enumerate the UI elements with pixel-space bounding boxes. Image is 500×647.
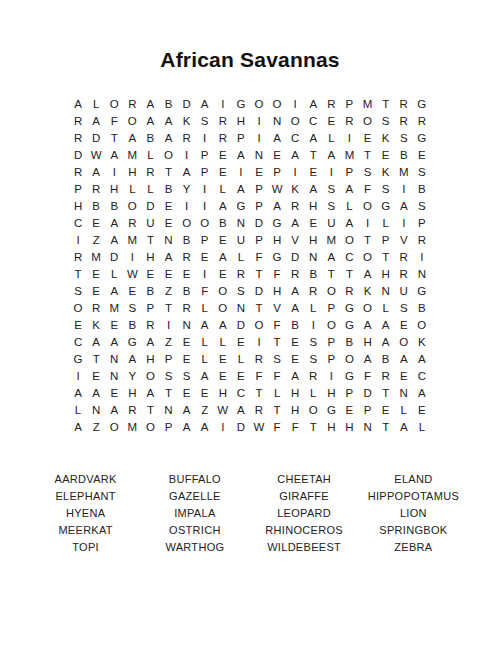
grid-cell[interactable]: F	[359, 180, 377, 197]
grid-cell[interactable]: L	[340, 197, 358, 214]
grid-cell[interactable]: T	[250, 299, 268, 316]
grid-cell[interactable]: F	[286, 418, 304, 435]
grid-cell[interactable]: E	[105, 384, 123, 401]
grid-cell[interactable]: O	[322, 316, 340, 333]
grid-cell[interactable]: N	[105, 367, 123, 384]
grid-cell[interactable]: K	[286, 180, 304, 197]
grid-cell[interactable]: E	[159, 214, 177, 231]
grid-cell[interactable]: G	[232, 95, 250, 112]
grid-cell[interactable]: L	[413, 418, 431, 435]
grid-cell[interactable]: I	[250, 333, 268, 350]
grid-cell[interactable]: L	[377, 214, 395, 231]
grid-cell[interactable]: Z	[159, 333, 177, 350]
grid-cell[interactable]: R	[395, 248, 413, 265]
grid-cell[interactable]: L	[232, 350, 250, 367]
grid-cell[interactable]: O	[69, 299, 87, 316]
grid-cell[interactable]: N	[268, 112, 286, 129]
grid-cell[interactable]: M	[105, 299, 123, 316]
grid-cell[interactable]: E	[377, 401, 395, 418]
grid-cell[interactable]: T	[105, 129, 123, 146]
grid-cell[interactable]: I	[232, 163, 250, 180]
grid-cell[interactable]: G	[413, 129, 431, 146]
grid-cell[interactable]: C	[304, 112, 322, 129]
grid-cell[interactable]: H	[340, 418, 358, 435]
grid-cell[interactable]: R	[123, 95, 141, 112]
grid-cell[interactable]: M	[123, 146, 141, 163]
grid-cell[interactable]: G	[340, 367, 358, 384]
grid-cell[interactable]: W	[123, 265, 141, 282]
grid-cell[interactable]: A	[340, 180, 358, 197]
grid-cell[interactable]: H	[141, 248, 159, 265]
grid-cell[interactable]: I	[322, 163, 340, 180]
grid-cell[interactable]: E	[413, 401, 431, 418]
grid-cell[interactable]: G	[69, 350, 87, 367]
grid-cell[interactable]: A	[232, 401, 250, 418]
grid-cell[interactable]: G	[232, 197, 250, 214]
grid-cell[interactable]: A	[304, 95, 322, 112]
grid-cell[interactable]: A	[359, 350, 377, 367]
grid-cell[interactable]: E	[87, 214, 105, 231]
grid-cell[interactable]: O	[359, 248, 377, 265]
grid-cell[interactable]: R	[87, 299, 105, 316]
grid-cell[interactable]: A	[159, 248, 177, 265]
grid-cell[interactable]: I	[178, 146, 196, 163]
grid-cell[interactable]: S	[196, 112, 214, 129]
grid-cell[interactable]: E	[232, 333, 250, 350]
grid-cell[interactable]: G	[322, 401, 340, 418]
grid-cell[interactable]: O	[105, 418, 123, 435]
grid-cell[interactable]: A	[196, 367, 214, 384]
grid-cell[interactable]: A	[196, 316, 214, 333]
grid-cell[interactable]: F	[359, 367, 377, 384]
grid-cell[interactable]: T	[159, 299, 177, 316]
grid-cell[interactable]: D	[250, 214, 268, 231]
grid-cell[interactable]: L	[69, 401, 87, 418]
grid-cell[interactable]: G	[340, 316, 358, 333]
grid-cell[interactable]: M	[395, 163, 413, 180]
grid-cell[interactable]: I	[69, 367, 87, 384]
grid-cell[interactable]: P	[141, 299, 159, 316]
grid-cell[interactable]: S	[322, 197, 340, 214]
grid-cell[interactable]: A	[178, 401, 196, 418]
grid-cell[interactable]: H	[232, 112, 250, 129]
grid-cell[interactable]: G	[268, 248, 286, 265]
grid-cell[interactable]: E	[141, 265, 159, 282]
grid-cell[interactable]: E	[214, 350, 232, 367]
grid-cell[interactable]: I	[413, 248, 431, 265]
grid-cell[interactable]: B	[304, 265, 322, 282]
grid-cell[interactable]: O	[359, 299, 377, 316]
grid-cell[interactable]: D	[286, 248, 304, 265]
grid-cell[interactable]: A	[359, 316, 377, 333]
grid-cell[interactable]: K	[359, 282, 377, 299]
grid-cell[interactable]: A	[214, 316, 232, 333]
grid-cell[interactable]: R	[123, 214, 141, 231]
grid-cell[interactable]: S	[178, 367, 196, 384]
grid-cell[interactable]: Z	[87, 231, 105, 248]
grid-cell[interactable]: D	[178, 95, 196, 112]
grid-cell[interactable]: K	[377, 163, 395, 180]
grid-cell[interactable]: F	[105, 112, 123, 129]
grid-cell[interactable]: N	[178, 316, 196, 333]
grid-cell[interactable]: A	[196, 418, 214, 435]
grid-cell[interactable]: D	[250, 282, 268, 299]
grid-cell[interactable]: P	[196, 231, 214, 248]
grid-cell[interactable]: R	[250, 401, 268, 418]
grid-cell[interactable]: H	[322, 384, 340, 401]
grid-cell[interactable]: R	[87, 180, 105, 197]
grid-cell[interactable]: O	[214, 299, 232, 316]
grid-cell[interactable]: M	[87, 248, 105, 265]
grid-cell[interactable]: M	[359, 95, 377, 112]
grid-cell[interactable]: H	[304, 197, 322, 214]
grid-cell[interactable]: O	[340, 231, 358, 248]
grid-cell[interactable]: D	[232, 418, 250, 435]
grid-cell[interactable]: P	[322, 350, 340, 367]
grid-cell[interactable]: N	[87, 401, 105, 418]
grid-cell[interactable]: P	[413, 214, 431, 231]
grid-cell[interactable]: E	[159, 197, 177, 214]
grid-cell[interactable]: R	[413, 112, 431, 129]
grid-cell[interactable]: E	[214, 265, 232, 282]
grid-cell[interactable]: O	[141, 367, 159, 384]
grid-cell[interactable]: T	[268, 401, 286, 418]
grid-cell[interactable]: A	[286, 146, 304, 163]
grid-cell[interactable]: D	[87, 129, 105, 146]
grid-cell[interactable]: R	[413, 231, 431, 248]
grid-cell[interactable]: S	[159, 367, 177, 384]
grid-cell[interactable]: I	[250, 129, 268, 146]
grid-cell[interactable]: N	[413, 265, 431, 282]
grid-cell[interactable]: O	[268, 95, 286, 112]
grid-cell[interactable]: F	[268, 418, 286, 435]
grid-cell[interactable]: R	[69, 248, 87, 265]
grid-cell[interactable]: A	[69, 95, 87, 112]
grid-cell[interactable]: U	[232, 231, 250, 248]
grid-cell[interactable]: E	[87, 282, 105, 299]
grid-cell[interactable]: B	[377, 350, 395, 367]
grid-cell[interactable]: A	[105, 231, 123, 248]
grid-cell[interactable]: E	[214, 163, 232, 180]
grid-cell[interactable]: L	[196, 350, 214, 367]
grid-cell[interactable]: G	[413, 282, 431, 299]
grid-cell[interactable]: I	[178, 197, 196, 214]
grid-cell[interactable]: N	[159, 231, 177, 248]
grid-cell[interactable]: R	[178, 248, 196, 265]
grid-cell[interactable]: E	[304, 163, 322, 180]
grid-cell[interactable]: P	[322, 333, 340, 350]
grid-cell[interactable]: A	[304, 129, 322, 146]
grid-cell[interactable]: P	[232, 129, 250, 146]
grid-cell[interactable]: I	[196, 180, 214, 197]
grid-cell[interactable]: A	[304, 180, 322, 197]
grid-cell[interactable]: N	[377, 282, 395, 299]
grid-cell[interactable]: R	[141, 316, 159, 333]
grid-cell[interactable]: O	[395, 333, 413, 350]
grid-cell[interactable]: W	[250, 418, 268, 435]
grid-cell[interactable]: E	[196, 384, 214, 401]
grid-cell[interactable]: T	[340, 265, 358, 282]
grid-cell[interactable]: I	[214, 418, 232, 435]
grid-cell[interactable]: E	[196, 248, 214, 265]
grid-cell[interactable]: P	[250, 231, 268, 248]
grid-cell[interactable]: E	[322, 112, 340, 129]
grid-cell[interactable]: T	[268, 333, 286, 350]
grid-cell[interactable]: S	[413, 163, 431, 180]
grid-cell[interactable]: A	[286, 214, 304, 231]
grid-cell[interactable]: A	[123, 350, 141, 367]
grid-cell[interactable]: D	[105, 248, 123, 265]
grid-cell[interactable]: K	[413, 333, 431, 350]
grid-cell[interactable]: B	[214, 214, 232, 231]
grid-cell[interactable]: O	[340, 350, 358, 367]
grid-cell[interactable]: H	[304, 231, 322, 248]
grid-cell[interactable]: O	[123, 197, 141, 214]
grid-cell[interactable]: E	[87, 265, 105, 282]
grid-cell[interactable]: E	[413, 146, 431, 163]
grid-cell[interactable]: R	[250, 350, 268, 367]
grid-cell[interactable]: C	[413, 367, 431, 384]
grid-cell[interactable]: A	[105, 282, 123, 299]
grid-cell[interactable]: A	[395, 197, 413, 214]
grid-cell[interactable]: R	[141, 163, 159, 180]
grid-cell[interactable]: R	[286, 265, 304, 282]
grid-cell[interactable]: A	[377, 333, 395, 350]
grid-cell[interactable]: R	[178, 129, 196, 146]
grid-cell[interactable]: Z	[159, 282, 177, 299]
grid-cell[interactable]: I	[286, 95, 304, 112]
grid-cell[interactable]: O	[141, 418, 159, 435]
grid-cell[interactable]: G	[123, 333, 141, 350]
grid-cell[interactable]: I	[304, 316, 322, 333]
grid-cell[interactable]: P	[196, 146, 214, 163]
grid-cell[interactable]: S	[359, 163, 377, 180]
grid-cell[interactable]: T	[69, 265, 87, 282]
grid-cell[interactable]: D	[141, 197, 159, 214]
grid-cell[interactable]: E	[105, 316, 123, 333]
grid-cell[interactable]: E	[123, 282, 141, 299]
grid-cell[interactable]: D	[359, 384, 377, 401]
grid-cell[interactable]: I	[196, 129, 214, 146]
grid-cell[interactable]: T	[141, 401, 159, 418]
grid-cell[interactable]: A	[105, 401, 123, 418]
grid-cell[interactable]: G	[413, 95, 431, 112]
grid-cell[interactable]: O	[359, 112, 377, 129]
grid-cell[interactable]: L	[141, 146, 159, 163]
grid-cell[interactable]: T	[377, 418, 395, 435]
grid-cell[interactable]: E	[159, 265, 177, 282]
grid-cell[interactable]: D	[69, 146, 87, 163]
grid-cell[interactable]: L	[304, 384, 322, 401]
grid-cell[interactable]: R	[69, 112, 87, 129]
grid-cell[interactable]: E	[359, 129, 377, 146]
grid-cell[interactable]: E	[395, 316, 413, 333]
grid-cell[interactable]: H	[359, 333, 377, 350]
grid-cell[interactable]: T	[304, 146, 322, 163]
grid-cell[interactable]: H	[105, 180, 123, 197]
grid-cell[interactable]: R	[214, 112, 232, 129]
grid-cell[interactable]: U	[141, 214, 159, 231]
grid-cell[interactable]: D	[232, 316, 250, 333]
grid-cell[interactable]: C	[340, 248, 358, 265]
grid-cell[interactable]: N	[232, 214, 250, 231]
grid-cell[interactable]: K	[87, 316, 105, 333]
grid-cell[interactable]: B	[178, 282, 196, 299]
grid-cell[interactable]: B	[340, 333, 358, 350]
grid-cell[interactable]: E	[178, 333, 196, 350]
grid-cell[interactable]: P	[250, 180, 268, 197]
grid-cell[interactable]: E	[178, 265, 196, 282]
grid-cell[interactable]: A	[413, 384, 431, 401]
grid-cell[interactable]: E	[286, 333, 304, 350]
grid-cell[interactable]: E	[304, 214, 322, 231]
grid-cell[interactable]: A	[214, 248, 232, 265]
grid-cell[interactable]: R	[322, 95, 340, 112]
grid-cell[interactable]: P	[340, 163, 358, 180]
grid-cell[interactable]: E	[178, 350, 196, 367]
grid-cell[interactable]: H	[141, 350, 159, 367]
grid-cell[interactable]: G	[377, 197, 395, 214]
grid-cell[interactable]: P	[268, 163, 286, 180]
grid-cell[interactable]: R	[304, 367, 322, 384]
grid-cell[interactable]: R	[286, 197, 304, 214]
grid-cell[interactable]: A	[340, 214, 358, 231]
grid-cell[interactable]: A	[232, 180, 250, 197]
grid-cell[interactable]: B	[159, 180, 177, 197]
grid-cell[interactable]: A	[105, 333, 123, 350]
grid-cell[interactable]: Y	[178, 180, 196, 197]
grid-cell[interactable]: O	[359, 197, 377, 214]
grid-cell[interactable]: O	[196, 214, 214, 231]
grid-cell[interactable]: R	[178, 299, 196, 316]
grid-cell[interactable]: P	[196, 163, 214, 180]
grid-cell[interactable]: M	[123, 418, 141, 435]
grid-cell[interactable]: U	[395, 282, 413, 299]
grid-cell[interactable]: E	[69, 316, 87, 333]
grid-cell[interactable]: E	[214, 367, 232, 384]
grid-cell[interactable]: O	[250, 95, 268, 112]
grid-cell[interactable]: F	[268, 265, 286, 282]
grid-cell[interactable]: I	[105, 163, 123, 180]
grid-cell[interactable]: A	[87, 333, 105, 350]
grid-cell[interactable]: H	[123, 384, 141, 401]
grid-cell[interactable]: H	[268, 282, 286, 299]
grid-cell[interactable]: L	[87, 95, 105, 112]
grid-cell[interactable]: A	[141, 384, 159, 401]
grid-cell[interactable]: H	[286, 384, 304, 401]
grid-cell[interactable]: T	[359, 231, 377, 248]
grid-cell[interactable]: A	[123, 129, 141, 146]
grid-cell[interactable]: M	[322, 231, 340, 248]
grid-cell[interactable]: Y	[123, 367, 141, 384]
grid-cell[interactable]: B	[87, 197, 105, 214]
grid-cell[interactable]: S	[304, 333, 322, 350]
grid-cell[interactable]: A	[395, 418, 413, 435]
grid-cell[interactable]: T	[377, 95, 395, 112]
grid-cell[interactable]: A	[69, 418, 87, 435]
grid-cell[interactable]: O	[214, 282, 232, 299]
grid-cell[interactable]: A	[141, 112, 159, 129]
grid-cell[interactable]: R	[214, 129, 232, 146]
grid-cell[interactable]: S	[304, 350, 322, 367]
grid-cell[interactable]: S	[232, 282, 250, 299]
grid-cell[interactable]: S	[377, 180, 395, 197]
grid-cell[interactable]: A	[286, 282, 304, 299]
grid-cell[interactable]: C	[232, 384, 250, 401]
grid-cell[interactable]: N	[395, 384, 413, 401]
grid-cell[interactable]: A	[286, 299, 304, 316]
grid-cell[interactable]: A	[141, 333, 159, 350]
grid-cell[interactable]: E	[232, 367, 250, 384]
grid-cell[interactable]: O	[413, 316, 431, 333]
grid-cell[interactable]: N	[304, 248, 322, 265]
grid-cell[interactable]: K	[178, 112, 196, 129]
grid-cell[interactable]: R	[123, 401, 141, 418]
grid-cell[interactable]: E	[214, 146, 232, 163]
grid-cell[interactable]: B	[141, 282, 159, 299]
grid-cell[interactable]: E	[214, 231, 232, 248]
grid-cell[interactable]: R	[395, 112, 413, 129]
grid-cell[interactable]: T	[377, 248, 395, 265]
grid-cell[interactable]: I	[286, 163, 304, 180]
grid-cell[interactable]: I	[69, 231, 87, 248]
grid-cell[interactable]: A	[196, 95, 214, 112]
grid-cell[interactable]: A	[214, 197, 232, 214]
grid-cell[interactable]: R	[69, 129, 87, 146]
grid-cell[interactable]: S	[377, 112, 395, 129]
grid-cell[interactable]: A	[377, 316, 395, 333]
grid-cell[interactable]: R	[395, 95, 413, 112]
grid-cell[interactable]: I	[196, 197, 214, 214]
grid-cell[interactable]: K	[377, 129, 395, 146]
grid-cell[interactable]: O	[178, 214, 196, 231]
grid-cell[interactable]: S	[413, 197, 431, 214]
grid-cell[interactable]: N	[105, 350, 123, 367]
grid-cell[interactable]: O	[159, 146, 177, 163]
grid-cell[interactable]: O	[105, 95, 123, 112]
grid-cell[interactable]: R	[340, 282, 358, 299]
grid-cell[interactable]: A	[395, 350, 413, 367]
grid-cell[interactable]: N	[159, 401, 177, 418]
grid-cell[interactable]: E	[87, 367, 105, 384]
grid-cell[interactable]: A	[87, 384, 105, 401]
grid-cell[interactable]: I	[340, 129, 358, 146]
grid-cell[interactable]: L	[304, 299, 322, 316]
grid-cell[interactable]: B	[395, 146, 413, 163]
grid-cell[interactable]: H	[322, 418, 340, 435]
grid-cell[interactable]: A	[105, 214, 123, 231]
grid-cell[interactable]: S	[395, 299, 413, 316]
grid-cell[interactable]: R	[377, 367, 395, 384]
grid-cell[interactable]: U	[322, 214, 340, 231]
grid-cell[interactable]: A	[232, 146, 250, 163]
grid-cell[interactable]: H	[214, 384, 232, 401]
grid-cell[interactable]: A	[322, 248, 340, 265]
grid-cell[interactable]: A	[286, 367, 304, 384]
grid-cell[interactable]: G	[340, 299, 358, 316]
grid-cell[interactable]: T	[322, 265, 340, 282]
grid-cell[interactable]: A	[322, 146, 340, 163]
grid-cell[interactable]: W	[87, 146, 105, 163]
grid-cell[interactable]: M	[123, 231, 141, 248]
grid-cell[interactable]: T	[250, 265, 268, 282]
grid-cell[interactable]: B	[141, 129, 159, 146]
grid-cell[interactable]: P	[340, 95, 358, 112]
grid-cell[interactable]: S	[322, 180, 340, 197]
grid-cell[interactable]: T	[377, 384, 395, 401]
grid-cell[interactable]: S	[268, 350, 286, 367]
grid-cell[interactable]: M	[340, 146, 358, 163]
